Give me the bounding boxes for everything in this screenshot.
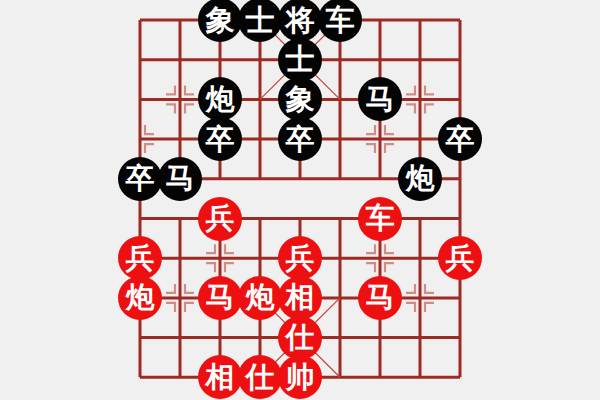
piece-red-horse[interactable]: 马 (198, 276, 242, 320)
piece-red-elephant[interactable]: 相 (198, 355, 242, 399)
piece-black-soldier[interactable]: 卒 (278, 117, 322, 161)
piece-red-cannon[interactable]: 炮 (118, 276, 162, 320)
piece-black-soldier[interactable]: 卒 (118, 157, 162, 201)
piece-black-general[interactable]: 将 (278, 0, 322, 42)
piece-black-horse[interactable]: 马 (158, 157, 202, 201)
piece-red-advisor[interactable]: 仕 (238, 355, 282, 399)
piece-black-advisor[interactable]: 士 (278, 38, 322, 82)
piece-black-horse[interactable]: 马 (358, 77, 402, 121)
piece-red-advisor[interactable]: 仕 (278, 316, 322, 360)
piece-black-cannon[interactable]: 炮 (198, 77, 242, 121)
piece-red-soldier[interactable]: 兵 (198, 197, 242, 241)
pieces-layer: 象士将车士炮象马卒卒卒卒马炮兵车兵兵兵炮马炮相马仕相仕帅 (0, 0, 600, 400)
piece-black-soldier[interactable]: 卒 (438, 117, 482, 161)
piece-black-elephant[interactable]: 象 (278, 77, 322, 121)
piece-red-cannon[interactable]: 炮 (238, 276, 282, 320)
piece-black-soldier[interactable]: 卒 (198, 117, 242, 161)
piece-black-chariot[interactable]: 车 (318, 0, 362, 42)
piece-red-soldier[interactable]: 兵 (118, 236, 162, 280)
piece-red-general[interactable]: 帅 (278, 355, 322, 399)
piece-black-cannon[interactable]: 炮 (398, 157, 442, 201)
piece-black-elephant[interactable]: 象 (198, 0, 242, 42)
piece-red-horse[interactable]: 马 (358, 276, 402, 320)
piece-red-chariot[interactable]: 车 (358, 197, 402, 241)
app-background: 象士将车士炮象马卒卒卒卒马炮兵车兵兵兵炮马炮相马仕相仕帅 (0, 0, 600, 400)
piece-red-soldier[interactable]: 兵 (438, 236, 482, 280)
piece-red-elephant[interactable]: 相 (278, 276, 322, 320)
piece-black-advisor[interactable]: 士 (238, 0, 282, 42)
piece-red-soldier[interactable]: 兵 (278, 236, 322, 280)
